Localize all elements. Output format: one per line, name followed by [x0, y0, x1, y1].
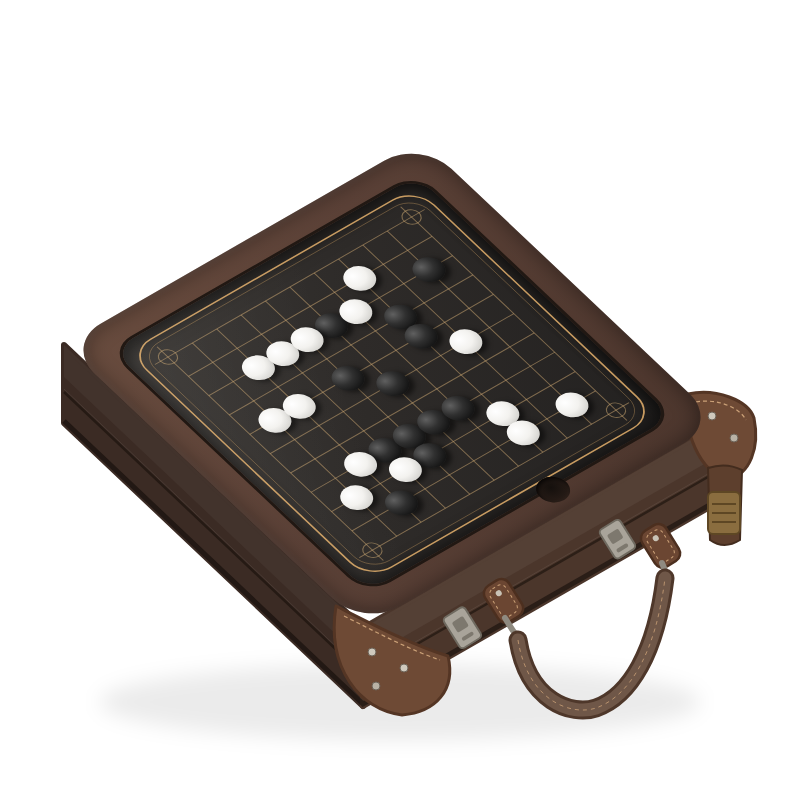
- rivet: [730, 434, 738, 442]
- corner-guard-bottom: [334, 606, 450, 715]
- stone-black: [324, 361, 370, 396]
- stone-black: [405, 252, 451, 287]
- latch-left: [442, 606, 482, 650]
- stone-white: [548, 388, 594, 423]
- product-photo-go-briefcase: [0, 0, 800, 800]
- stone-black: [377, 486, 423, 521]
- rivet: [368, 648, 376, 656]
- rivet: [400, 664, 408, 672]
- stone-black: [369, 366, 415, 401]
- latch-right: [598, 518, 636, 560]
- stone-white: [336, 261, 382, 296]
- stone-white: [442, 324, 488, 359]
- rivet: [708, 412, 716, 420]
- stone-white: [333, 480, 379, 515]
- rivet: [372, 682, 380, 690]
